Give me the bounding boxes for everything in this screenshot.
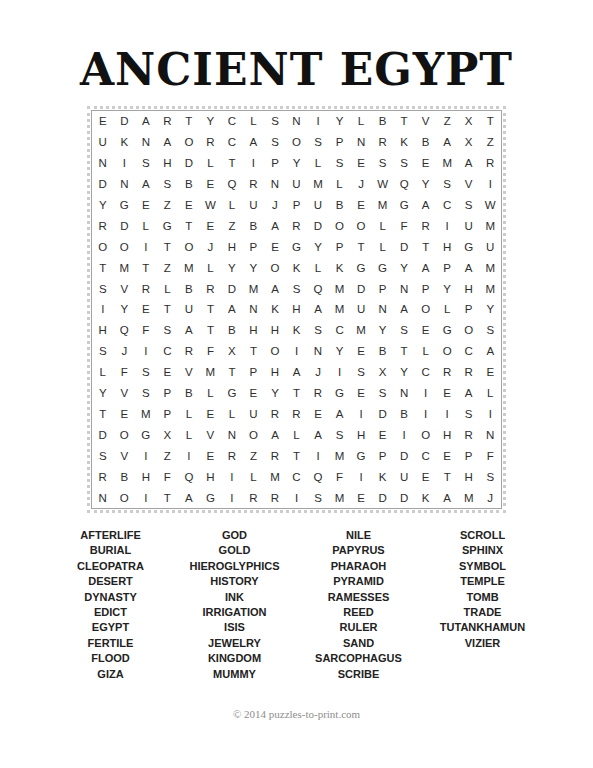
word-item: JEWELRY xyxy=(208,636,261,651)
grid-cell-r10c15: A xyxy=(393,299,415,320)
grid-cell-r17c2: V xyxy=(114,445,136,466)
grid-cell-r4c19: I xyxy=(479,174,501,195)
word-item: TOMB xyxy=(466,590,498,605)
word-item: REED xyxy=(343,605,374,620)
grid-cell-r13c7: T xyxy=(221,362,243,383)
grid-cell-r8c16: A xyxy=(415,257,437,278)
grid-cell-r9c14: P xyxy=(372,278,394,299)
grid-cell-r7c1: O xyxy=(92,236,114,257)
grid-cell-r4c8: R xyxy=(243,174,265,195)
word-item: ISIS xyxy=(224,620,245,635)
wordsearch-grid: EDARTYCLSNIYLBTVZXTUKNAORCASOSPNRKBAXZNI… xyxy=(92,111,501,508)
grid-cell-r17c10: T xyxy=(286,445,308,466)
word-item: GOD xyxy=(222,528,247,543)
word-item: DESERT xyxy=(88,574,133,589)
grid-cell-r2c10: O xyxy=(286,132,308,153)
word-item: RULER xyxy=(340,620,378,635)
grid-cell-r1c6: Y xyxy=(200,111,222,132)
grid-cell-r10c13: U xyxy=(350,299,372,320)
grid-cell-r19c6: G xyxy=(200,487,222,508)
grid-cell-r19c5: A xyxy=(178,487,200,508)
word-item: TUTANKHAMUN xyxy=(440,620,525,635)
grid-cell-r8c18: A xyxy=(458,257,480,278)
grid-cell-r1c15: T xyxy=(393,111,415,132)
grid-cell-r1c1: E xyxy=(92,111,114,132)
grid-cell-r6c17: I xyxy=(436,215,458,236)
grid-cell-r3c11: L xyxy=(307,153,329,174)
grid-cell-r4c11: M xyxy=(307,174,329,195)
grid-cell-r4c14: W xyxy=(372,174,394,195)
grid-cell-r17c14: P xyxy=(372,445,394,466)
grid-cell-r15c8: U xyxy=(243,404,265,425)
grid-cell-r15c11: E xyxy=(307,404,329,425)
grid-cell-r7c18: G xyxy=(458,236,480,257)
grid-cell-r14c18: A xyxy=(458,383,480,404)
grid-cell-r18c4: F xyxy=(157,466,179,487)
grid-cell-r11c10: K xyxy=(286,320,308,341)
grid-cell-r19c16: K xyxy=(415,487,437,508)
grid-cell-r9c7: D xyxy=(221,278,243,299)
grid-cell-r3c13: E xyxy=(350,153,372,174)
grid-cell-r10c1: I xyxy=(92,299,114,320)
word-item: EDICT xyxy=(94,605,127,620)
grid-cell-r16c1: D xyxy=(92,424,114,445)
word-item: SYMBOL xyxy=(459,559,506,574)
grid-cell-r11c4: S xyxy=(157,320,179,341)
grid-cell-r11c14: Y xyxy=(372,320,394,341)
grid-cell-r8c12: K xyxy=(329,257,351,278)
grid-cell-r11c3: F xyxy=(135,320,157,341)
grid-cell-r10c3: E xyxy=(135,299,157,320)
grid-cell-r17c6: E xyxy=(200,445,222,466)
grid-cell-r14c9: Y xyxy=(264,383,286,404)
grid-cell-r19c17: A xyxy=(436,487,458,508)
grid-cell-r17c5: I xyxy=(178,445,200,466)
worksheet-page: ANCIENT EGYPT EDARTYCLSNIYLBTVZXTUKNAORC… xyxy=(0,0,593,768)
copyright-line: © 2014 puzzles-to-print.com xyxy=(0,708,593,720)
grid-cell-r13c6: M xyxy=(200,362,222,383)
grid-cell-r10c5: U xyxy=(178,299,200,320)
grid-cell-r12c16: L xyxy=(415,341,437,362)
grid-cell-r11c9: H xyxy=(264,320,286,341)
grid-cell-r6c11: D xyxy=(307,215,329,236)
grid-cell-r12c1: S xyxy=(92,341,114,362)
grid-cell-r6c3: L xyxy=(135,215,157,236)
grid-cell-r19c14: D xyxy=(372,487,394,508)
grid-cell-r15c3: M xyxy=(135,404,157,425)
grid-cell-r14c10: T xyxy=(286,383,308,404)
grid-cell-r9c10: S xyxy=(286,278,308,299)
grid-cell-r14c17: E xyxy=(436,383,458,404)
grid-cell-r4c13: J xyxy=(350,174,372,195)
grid-cell-r2c2: K xyxy=(114,132,136,153)
grid-cell-r18c5: Q xyxy=(178,466,200,487)
grid-cell-r6c4: G xyxy=(157,215,179,236)
word-item: GIZA xyxy=(97,667,123,682)
grid-cell-r1c3: A xyxy=(135,111,157,132)
grid-cell-r9c3: R xyxy=(135,278,157,299)
grid-cell-r10c9: K xyxy=(264,299,286,320)
grid-cell-r8c8: Y xyxy=(243,257,265,278)
grid-cell-r12c13: E xyxy=(350,341,372,362)
grid-cell-r5c8: U xyxy=(243,195,265,216)
grid-cell-r17c17: E xyxy=(436,445,458,466)
grid-cell-r8c9: O xyxy=(264,257,286,278)
grid-cell-r3c9: P xyxy=(264,153,286,174)
word-item: HISTORY xyxy=(210,574,258,589)
grid-cell-r5c1: Y xyxy=(92,195,114,216)
grid-cell-r18c18: H xyxy=(458,466,480,487)
grid-cell-r16c17: H xyxy=(436,424,458,445)
grid-cell-r7c7: H xyxy=(221,236,243,257)
grid-cell-r5c5: E xyxy=(178,195,200,216)
grid-cell-r16c7: N xyxy=(221,424,243,445)
grid-cell-r7c19: U xyxy=(479,236,501,257)
grid-cell-r4c9: N xyxy=(264,174,286,195)
grid-cell-r2c17: A xyxy=(436,132,458,153)
grid-cell-r3c10: Y xyxy=(286,153,308,174)
grid-cell-r13c5: V xyxy=(178,362,200,383)
grid-cell-r2c16: B xyxy=(415,132,437,153)
grid-cell-r1c8: L xyxy=(243,111,265,132)
word-item: SARCOPHAGUS xyxy=(315,651,402,666)
grid-cell-r15c15: B xyxy=(393,404,415,425)
grid-cell-r3c17: M xyxy=(436,153,458,174)
grid-cell-r3c16: E xyxy=(415,153,437,174)
grid-cell-r6c10: R xyxy=(286,215,308,236)
grid-cell-r4c4: S xyxy=(157,174,179,195)
grid-cell-r19c1: N xyxy=(92,487,114,508)
grid-cell-r16c8: O xyxy=(243,424,265,445)
grid-cell-r19c15: D xyxy=(393,487,415,508)
grid-cell-r12c9: O xyxy=(264,341,286,362)
word-item: HIEROGLYPHICS xyxy=(189,559,279,574)
grid-cell-r18c3: H xyxy=(135,466,157,487)
grid-cell-r3c15: S xyxy=(393,153,415,174)
grid-cell-r18c14: K xyxy=(372,466,394,487)
word-item: GOLD xyxy=(219,543,251,558)
grid-cell-r16c19: N xyxy=(479,424,501,445)
grid-cell-r15c14: D xyxy=(372,404,394,425)
grid-cell-r12c4: C xyxy=(157,341,179,362)
grid-cell-r8c11: L xyxy=(307,257,329,278)
grid-cell-r16c10: L xyxy=(286,424,308,445)
grid-cell-r17c1: S xyxy=(92,445,114,466)
grid-cell-r4c5: B xyxy=(178,174,200,195)
word-item: FLOOD xyxy=(91,651,130,666)
grid-cell-r9c19: M xyxy=(479,278,501,299)
grid-cell-r16c14: E xyxy=(372,424,394,445)
word-list-column-3: NILEPAPYRUSPHARAOHPYRAMIDRAMESSESREEDRUL… xyxy=(297,528,421,682)
grid-cell-r15c5: L xyxy=(178,404,200,425)
grid-cell-r18c17: T xyxy=(436,466,458,487)
grid-cell-r18c9: M xyxy=(264,466,286,487)
grid-cell-r9c18: H xyxy=(458,278,480,299)
grid-cell-r10c12: M xyxy=(329,299,351,320)
grid-cell-r14c2: V xyxy=(114,383,136,404)
grid-cell-r5c18: S xyxy=(458,195,480,216)
grid-cell-r8c1: T xyxy=(92,257,114,278)
grid-cell-r12c19: A xyxy=(479,341,501,362)
grid-cell-r11c1: H xyxy=(92,320,114,341)
grid-cell-r5c15: G xyxy=(393,195,415,216)
grid-cell-r12c10: I xyxy=(286,341,308,362)
grid-cell-r13c14: X xyxy=(372,362,394,383)
grid-cell-r9c17: Y xyxy=(436,278,458,299)
grid-cell-r10c4: T xyxy=(157,299,179,320)
grid-cell-r17c15: D xyxy=(393,445,415,466)
grid-cell-r16c4: X xyxy=(157,424,179,445)
grid-cell-r12c18: C xyxy=(458,341,480,362)
grid-cell-r7c5: O xyxy=(178,236,200,257)
word-item: SCRIBE xyxy=(338,667,380,682)
puzzle-title: ANCIENT EGYPT xyxy=(0,0,593,96)
grid-cell-r15c16: I xyxy=(415,404,437,425)
grid-cell-r13c16: C xyxy=(415,362,437,383)
grid-cell-r5c17: C xyxy=(436,195,458,216)
grid-cell-r3c1: N xyxy=(92,153,114,174)
grid-cell-r4c2: N xyxy=(114,174,136,195)
grid-cell-r2c15: K xyxy=(393,132,415,153)
grid-cell-r11c17: G xyxy=(436,320,458,341)
grid-cell-r1c2: D xyxy=(114,111,136,132)
grid-cell-r5c11: U xyxy=(307,195,329,216)
grid-cell-r16c15: I xyxy=(393,424,415,445)
grid-cell-r13c8: P xyxy=(243,362,265,383)
word-item: IRRIGATION xyxy=(203,605,267,620)
grid-cell-r14c13: E xyxy=(350,383,372,404)
grid-cell-r14c5: B xyxy=(178,383,200,404)
grid-cell-r14c14: S xyxy=(372,383,394,404)
grid-cell-r18c16: E xyxy=(415,466,437,487)
grid-cell-r14c16: I xyxy=(415,383,437,404)
grid-cell-r13c1: L xyxy=(92,362,114,383)
grid-cell-r17c19: F xyxy=(479,445,501,466)
grid-cell-r5c4: Z xyxy=(157,195,179,216)
grid-cell-r1c7: C xyxy=(221,111,243,132)
grid-cell-r15c4: P xyxy=(157,404,179,425)
grid-cell-r7c12: P xyxy=(329,236,351,257)
grid-cell-r6c6: E xyxy=(200,215,222,236)
grid-cell-r12c7: X xyxy=(221,341,243,362)
wordsearch-grid-frame: EDARTYCLSNIYLBTVZXTUKNAORCASOSPNRKBAXZNI… xyxy=(91,110,502,509)
grid-cell-r6c18: U xyxy=(458,215,480,236)
grid-cell-r6c14: L xyxy=(372,215,394,236)
grid-cell-r16c9: A xyxy=(264,424,286,445)
grid-cell-r14c7: G xyxy=(221,383,243,404)
grid-cell-r13c17: R xyxy=(436,362,458,383)
grid-cell-r11c2: Q xyxy=(114,320,136,341)
grid-cell-r9c4: L xyxy=(157,278,179,299)
grid-cell-r7c2: O xyxy=(114,236,136,257)
grid-cell-r11c7: B xyxy=(221,320,243,341)
grid-cell-r17c18: P xyxy=(458,445,480,466)
grid-cell-r19c12: M xyxy=(329,487,351,508)
grid-cell-r6c12: O xyxy=(329,215,351,236)
grid-cell-r6c8: B xyxy=(243,215,265,236)
grid-cell-r19c2: O xyxy=(114,487,136,508)
grid-cell-r8c19: M xyxy=(479,257,501,278)
grid-cell-r9c11: Q xyxy=(307,278,329,299)
word-item: EGYPT xyxy=(92,620,129,635)
word-item: PHARAOH xyxy=(331,559,387,574)
grid-cell-r18c13: I xyxy=(350,466,372,487)
grid-cell-r1c12: Y xyxy=(329,111,351,132)
grid-cell-r8c15: Y xyxy=(393,257,415,278)
grid-cell-r17c7: R xyxy=(221,445,243,466)
grid-cell-r1c11: I xyxy=(307,111,329,132)
grid-cell-r14c4: P xyxy=(157,383,179,404)
grid-cell-r9c15: N xyxy=(393,278,415,299)
grid-cell-r14c15: N xyxy=(393,383,415,404)
grid-cell-r15c1: T xyxy=(92,404,114,425)
grid-cell-r2c13: N xyxy=(350,132,372,153)
grid-cell-r7c16: T xyxy=(415,236,437,257)
grid-cell-r8c10: K xyxy=(286,257,308,278)
grid-cell-r7c9: E xyxy=(264,236,286,257)
grid-cell-r5c19: W xyxy=(479,195,501,216)
grid-cell-r16c6: V xyxy=(200,424,222,445)
grid-cell-r19c9: R xyxy=(264,487,286,508)
grid-cell-r5c10: P xyxy=(286,195,308,216)
grid-cell-r10c8: N xyxy=(243,299,265,320)
grid-cell-r17c11: I xyxy=(307,445,329,466)
grid-cell-r19c18: M xyxy=(458,487,480,508)
grid-cell-r6c2: D xyxy=(114,215,136,236)
grid-cell-r16c5: L xyxy=(178,424,200,445)
grid-cell-r1c19: T xyxy=(479,111,501,132)
grid-cell-r4c16: Y xyxy=(415,174,437,195)
grid-cell-r15c18: S xyxy=(458,404,480,425)
grid-cell-r6c1: R xyxy=(92,215,114,236)
grid-cell-r15c19: I xyxy=(479,404,501,425)
grid-cell-r4c3: A xyxy=(135,174,157,195)
grid-cell-r13c18: R xyxy=(458,362,480,383)
grid-cell-r7c17: H xyxy=(436,236,458,257)
grid-cell-r5c16: A xyxy=(415,195,437,216)
grid-cell-r2c18: X xyxy=(458,132,480,153)
grid-cell-r14c12: G xyxy=(329,383,351,404)
grid-cell-r17c16: C xyxy=(415,445,437,466)
word-item: RAMESSES xyxy=(328,590,390,605)
word-list: AFTERLIFEBURIALCLEOPATRADESERTDYNASTYEDI… xyxy=(0,528,593,682)
grid-cell-r7c11: Y xyxy=(307,236,329,257)
grid-cell-r11c18: O xyxy=(458,320,480,341)
grid-cell-r8c5: M xyxy=(178,257,200,278)
grid-cell-r16c2: O xyxy=(114,424,136,445)
grid-cell-r13c15: Y xyxy=(393,362,415,383)
grid-cell-r5c2: G xyxy=(114,195,136,216)
grid-cell-r9c12: M xyxy=(329,278,351,299)
grid-cell-r16c18: R xyxy=(458,424,480,445)
grid-cell-r5c6: W xyxy=(200,195,222,216)
grid-cell-r6c9: A xyxy=(264,215,286,236)
grid-cell-r14c19: L xyxy=(479,383,501,404)
grid-cell-r3c8: I xyxy=(243,153,265,174)
grid-cell-r6c7: Z xyxy=(221,215,243,236)
grid-cell-r17c9: R xyxy=(264,445,286,466)
word-item: PAPYRUS xyxy=(332,543,384,558)
grid-cell-r12c2: J xyxy=(114,341,136,362)
grid-cell-r6c13: O xyxy=(350,215,372,236)
grid-cell-r9c6: R xyxy=(200,278,222,299)
grid-cell-r2c14: R xyxy=(372,132,394,153)
grid-cell-r2c5: O xyxy=(178,132,200,153)
grid-cell-r19c3: I xyxy=(135,487,157,508)
grid-cell-r19c13: E xyxy=(350,487,372,508)
grid-cell-r13c10: A xyxy=(286,362,308,383)
grid-cell-r10c2: Y xyxy=(114,299,136,320)
grid-cell-r8c6: L xyxy=(200,257,222,278)
grid-cell-r11c11: S xyxy=(307,320,329,341)
grid-cell-r1c10: N xyxy=(286,111,308,132)
grid-cell-r3c6: L xyxy=(200,153,222,174)
grid-cell-r1c4: R xyxy=(157,111,179,132)
grid-cell-r18c11: Q xyxy=(307,466,329,487)
word-item: TEMPLE xyxy=(460,574,505,589)
grid-cell-r11c8: H xyxy=(243,320,265,341)
grid-cell-r10c18: P xyxy=(458,299,480,320)
grid-cell-r6c5: T xyxy=(178,215,200,236)
grid-cell-r16c3: G xyxy=(135,424,157,445)
grid-cell-r8c2: M xyxy=(114,257,136,278)
grid-cell-r13c19: E xyxy=(479,362,501,383)
grid-cell-r1c14: B xyxy=(372,111,394,132)
word-item: TRADE xyxy=(464,605,502,620)
grid-cell-r4c17: S xyxy=(436,174,458,195)
grid-cell-r12c3: I xyxy=(135,341,157,362)
grid-cell-r5c7: L xyxy=(221,195,243,216)
grid-cell-r9c16: P xyxy=(415,278,437,299)
grid-cell-r11c12: C xyxy=(329,320,351,341)
grid-cell-r15c9: R xyxy=(264,404,286,425)
grid-cell-r7c6: J xyxy=(200,236,222,257)
grid-cell-r14c3: S xyxy=(135,383,157,404)
grid-cell-r15c17: I xyxy=(436,404,458,425)
grid-cell-r2c1: U xyxy=(92,132,114,153)
word-item: INK xyxy=(225,590,244,605)
grid-cell-r4c6: E xyxy=(200,174,222,195)
grid-cell-r3c3: S xyxy=(135,153,157,174)
grid-cell-r16c11: A xyxy=(307,424,329,445)
grid-cell-r19c7: I xyxy=(221,487,243,508)
grid-cell-r6c16: R xyxy=(415,215,437,236)
grid-cell-r12c12: Y xyxy=(329,341,351,362)
grid-cell-r2c12: P xyxy=(329,132,351,153)
grid-cell-r1c13: L xyxy=(350,111,372,132)
grid-cell-r12c15: T xyxy=(393,341,415,362)
grid-cell-r11c13: M xyxy=(350,320,372,341)
grid-cell-r3c7: T xyxy=(221,153,243,174)
grid-cell-r17c8: Z xyxy=(243,445,265,466)
grid-cell-r5c14: M xyxy=(372,195,394,216)
grid-cell-r7c13: T xyxy=(350,236,372,257)
grid-cell-r15c13: I xyxy=(350,404,372,425)
grid-cell-r10c7: A xyxy=(221,299,243,320)
grid-cell-r13c13: S xyxy=(350,362,372,383)
grid-cell-r17c4: Z xyxy=(157,445,179,466)
grid-cell-r5c9: J xyxy=(264,195,286,216)
grid-cell-r4c10: U xyxy=(286,174,308,195)
grid-cell-r2c4: A xyxy=(157,132,179,153)
grid-cell-r11c6: T xyxy=(200,320,222,341)
grid-cell-r2c7: C xyxy=(221,132,243,153)
grid-cell-r3c18: A xyxy=(458,153,480,174)
grid-cell-r18c12: F xyxy=(329,466,351,487)
grid-cell-r18c19: S xyxy=(479,466,501,487)
grid-cell-r12c8: T xyxy=(243,341,265,362)
grid-cell-r18c8: L xyxy=(243,466,265,487)
